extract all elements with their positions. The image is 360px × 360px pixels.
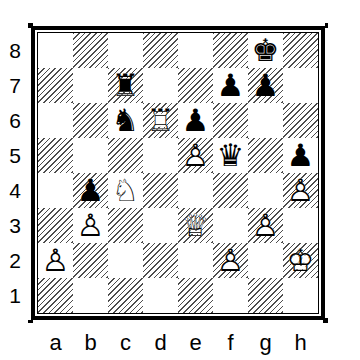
square-c5[interactable]	[108, 138, 143, 173]
square-g4[interactable]	[248, 173, 283, 208]
file-labels: abcdefgh	[38, 331, 318, 355]
file-label-e: e	[178, 331, 213, 355]
black-pawn-icon[interactable]: ♟	[73, 173, 108, 208]
square-a8[interactable]	[38, 33, 73, 68]
square-b6[interactable]	[73, 103, 108, 138]
square-d2[interactable]	[143, 243, 178, 278]
rank-label-7: 7	[2, 68, 28, 103]
square-h1[interactable]	[283, 278, 318, 313]
square-f1[interactable]	[213, 278, 248, 313]
square-c4[interactable]: ♞♘	[108, 173, 143, 208]
square-e6[interactable]: ♟♟	[178, 103, 213, 138]
square-d7[interactable]	[143, 68, 178, 103]
file-label-h: h	[283, 331, 318, 355]
board-frame: ♚♚♜♜♟♟♟♟♞♞♜♖♟♟♟♙♛♛♟♟♟♟♞♘♟♙♟♙♛♕♟♙♟♙♟♙♚♔	[31, 26, 325, 320]
corner-mark-top-left	[28, 23, 33, 28]
white-pawn-icon[interactable]: ♙	[73, 208, 108, 243]
square-b8[interactable]	[73, 33, 108, 68]
square-f5[interactable]: ♛♛	[213, 138, 248, 173]
square-g3[interactable]: ♟♙	[248, 208, 283, 243]
rank-label-5: 5	[2, 138, 28, 173]
square-e5[interactable]: ♟♙	[178, 138, 213, 173]
square-b2[interactable]	[73, 243, 108, 278]
square-c1[interactable]	[108, 278, 143, 313]
file-label-f: f	[213, 331, 248, 355]
square-c7[interactable]: ♜♜	[108, 68, 143, 103]
square-b5[interactable]	[73, 138, 108, 173]
square-a2[interactable]: ♟♙	[38, 243, 73, 278]
square-d6[interactable]: ♜♖	[143, 103, 178, 138]
rank-label-3: 3	[2, 208, 28, 243]
corner-mark-bottom-left	[28, 320, 33, 323]
black-rook-icon[interactable]: ♜	[108, 68, 143, 103]
black-pawn-icon[interactable]: ♟	[178, 103, 213, 138]
square-c2[interactable]	[108, 243, 143, 278]
square-b4[interactable]: ♟♟	[73, 173, 108, 208]
square-e8[interactable]	[178, 33, 213, 68]
square-c6[interactable]: ♞♞	[108, 103, 143, 138]
square-h6[interactable]	[283, 103, 318, 138]
white-pawn-icon[interactable]: ♙	[38, 243, 73, 278]
white-rook-icon[interactable]: ♖	[143, 103, 178, 138]
square-f8[interactable]	[213, 33, 248, 68]
black-pawn-icon[interactable]: ♟	[248, 68, 283, 103]
square-h7[interactable]	[283, 68, 318, 103]
square-f2[interactable]: ♟♙	[213, 243, 248, 278]
chess-diagram: 87654321 ♚♚♜♜♟♟♟♟♞♞♜♖♟♟♟♙♛♛♟♟♟♟♞♘♟♙♟♙♛♕♟…	[0, 0, 360, 360]
square-g7[interactable]: ♟♟	[248, 68, 283, 103]
square-b1[interactable]	[73, 278, 108, 313]
square-e4[interactable]	[178, 173, 213, 208]
square-d5[interactable]	[143, 138, 178, 173]
file-label-c: c	[108, 331, 143, 355]
square-e7[interactable]	[178, 68, 213, 103]
black-queen-icon[interactable]: ♛	[213, 138, 248, 173]
square-a3[interactable]	[38, 208, 73, 243]
rank-labels: 87654321	[2, 33, 28, 313]
square-a6[interactable]	[38, 103, 73, 138]
square-f3[interactable]	[213, 208, 248, 243]
black-pawn-icon[interactable]: ♟	[283, 138, 318, 173]
square-h2[interactable]: ♚♔	[283, 243, 318, 278]
rank-label-1: 1	[2, 278, 28, 313]
chess-board: ♚♚♜♜♟♟♟♟♞♞♜♖♟♟♟♙♛♛♟♟♟♟♞♘♟♙♟♙♛♕♟♙♟♙♟♙♚♔	[37, 32, 319, 314]
square-a4[interactable]	[38, 173, 73, 208]
white-queen-icon[interactable]: ♕	[178, 208, 213, 243]
square-g2[interactable]	[248, 243, 283, 278]
white-pawn-icon[interactable]: ♙	[178, 138, 213, 173]
square-h8[interactable]	[283, 33, 318, 68]
square-e2[interactable]	[178, 243, 213, 278]
rank-label-2: 2	[2, 243, 28, 278]
black-king-icon[interactable]: ♚	[248, 33, 283, 68]
black-knight-icon[interactable]: ♞	[108, 103, 143, 138]
rank-label-8: 8	[2, 33, 28, 68]
file-label-b: b	[73, 331, 108, 355]
corner-mark-top-right	[325, 23, 328, 28]
square-h4[interactable]: ♟♙	[283, 173, 318, 208]
square-e1[interactable]	[178, 278, 213, 313]
square-h5[interactable]: ♟♟	[283, 138, 318, 173]
white-knight-icon[interactable]: ♘	[108, 173, 143, 208]
file-label-d: d	[143, 331, 178, 355]
square-g5[interactable]	[248, 138, 283, 173]
square-f6[interactable]	[213, 103, 248, 138]
square-h3[interactable]	[283, 208, 318, 243]
square-b3[interactable]: ♟♙	[73, 208, 108, 243]
square-f7[interactable]: ♟♟	[213, 68, 248, 103]
square-g1[interactable]	[248, 278, 283, 313]
white-king-icon[interactable]: ♔	[283, 243, 318, 278]
square-d3[interactable]	[143, 208, 178, 243]
white-pawn-icon[interactable]: ♙	[248, 208, 283, 243]
square-b7[interactable]	[73, 68, 108, 103]
square-d4[interactable]	[143, 173, 178, 208]
square-a1[interactable]	[38, 278, 73, 313]
square-a5[interactable]	[38, 138, 73, 173]
square-d8[interactable]	[143, 33, 178, 68]
rank-label-4: 4	[2, 173, 28, 208]
black-pawn-icon[interactable]: ♟	[213, 68, 248, 103]
white-pawn-icon[interactable]: ♙	[213, 243, 248, 278]
square-g6[interactable]	[248, 103, 283, 138]
square-c8[interactable]	[108, 33, 143, 68]
square-e3[interactable]: ♛♕	[178, 208, 213, 243]
square-g8[interactable]: ♚♚	[248, 33, 283, 68]
square-a7[interactable]	[38, 68, 73, 103]
square-d1[interactable]	[143, 278, 178, 313]
square-f4[interactable]	[213, 173, 248, 208]
file-label-a: a	[38, 331, 73, 355]
rank-label-6: 6	[2, 103, 28, 138]
file-label-g: g	[248, 331, 283, 355]
corner-mark-bottom-right	[323, 318, 328, 323]
square-c3[interactable]	[108, 208, 143, 243]
white-pawn-icon[interactable]: ♙	[283, 173, 318, 208]
